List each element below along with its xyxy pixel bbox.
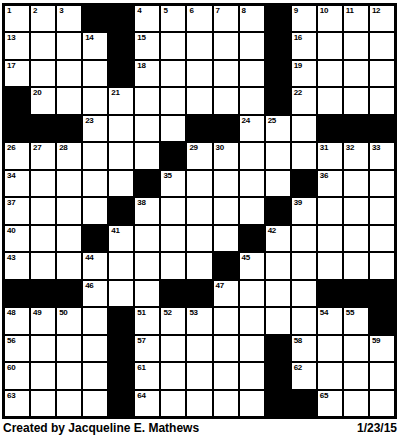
cell-r1c4 <box>83 6 107 31</box>
cell-r8c2[interactable] <box>31 198 55 223</box>
clue-number: 35 <box>163 171 171 181</box>
cell-r9c11[interactable]: 42 <box>266 226 290 251</box>
cell-r12c5 <box>109 308 133 333</box>
clue-number: 48 <box>7 308 15 318</box>
cell-r5c10[interactable]: 24 <box>240 116 264 141</box>
cell-r10c3[interactable] <box>57 253 81 278</box>
clue-number: 23 <box>85 116 93 126</box>
cell-r11c2 <box>31 281 55 306</box>
cell-r11c13 <box>318 281 342 306</box>
cell-r4c5[interactable]: 21 <box>109 88 133 113</box>
cell-r5c9 <box>214 116 238 141</box>
cell-r14c4[interactable] <box>83 363 107 388</box>
clue-number: 3 <box>59 6 63 16</box>
cell-r13c12[interactable]: 58 <box>292 336 316 361</box>
cell-r4c7[interactable] <box>161 88 185 113</box>
clue-number: 10 <box>320 6 328 16</box>
cell-r1c2[interactable]: 2 <box>31 6 55 31</box>
clue-number: 46 <box>85 281 93 291</box>
cell-r13c8[interactable] <box>187 336 211 361</box>
cell-r1c11 <box>266 6 290 31</box>
cell-r15c6[interactable]: 64 <box>135 391 159 416</box>
clue-number: 14 <box>85 33 93 43</box>
cell-r6c15[interactable]: 33 <box>370 143 394 168</box>
cell-r15c15[interactable] <box>370 391 394 416</box>
cell-r15c1[interactable]: 63 <box>5 391 29 416</box>
cell-r5c3 <box>57 116 81 141</box>
cell-r14c8[interactable] <box>187 363 211 388</box>
cell-r1c14[interactable]: 11 <box>344 6 368 31</box>
cell-r10c2[interactable] <box>31 253 55 278</box>
cell-r2c13[interactable] <box>318 33 342 58</box>
cell-r2c15[interactable] <box>370 33 394 58</box>
cell-r2c7[interactable] <box>161 33 185 58</box>
cell-r13c1[interactable]: 56 <box>5 336 29 361</box>
cell-r1c8[interactable]: 6 <box>187 6 211 31</box>
clue-number: 64 <box>137 391 145 401</box>
cell-r14c11 <box>266 363 290 388</box>
cell-r2c6[interactable]: 15 <box>135 33 159 58</box>
clue-number: 54 <box>320 308 328 318</box>
cell-r10c10[interactable]: 45 <box>240 253 264 278</box>
cell-r8c4[interactable] <box>83 198 107 223</box>
cell-r14c15[interactable] <box>370 363 394 388</box>
cell-r11c12[interactable] <box>292 281 316 306</box>
cell-r2c12[interactable]: 16 <box>292 33 316 58</box>
cell-r11c1 <box>5 281 29 306</box>
cell-r14c12[interactable]: 62 <box>292 363 316 388</box>
cell-r9c7[interactable] <box>161 226 185 251</box>
cell-r8c12[interactable]: 39 <box>292 198 316 223</box>
cell-r12c3[interactable]: 50 <box>57 308 81 333</box>
cell-r4c9[interactable] <box>214 88 238 113</box>
cell-r6c12[interactable] <box>292 143 316 168</box>
clue-number: 13 <box>7 33 15 43</box>
clue-number: 58 <box>294 336 302 346</box>
clue-number: 17 <box>7 61 15 71</box>
cell-r5c4[interactable]: 23 <box>83 116 107 141</box>
clue-number: 63 <box>7 391 15 401</box>
cell-r6c6[interactable] <box>135 143 159 168</box>
cell-r4c14[interactable] <box>344 88 368 113</box>
cell-r9c3[interactable] <box>57 226 81 251</box>
clue-number: 47 <box>216 281 224 291</box>
cell-r1c12[interactable]: 9 <box>292 6 316 31</box>
cell-r6c13[interactable]: 31 <box>318 143 342 168</box>
cell-r3c11 <box>266 61 290 86</box>
cell-r15c9[interactable] <box>214 391 238 416</box>
clue-number: 57 <box>137 336 145 346</box>
clue-number: 34 <box>7 171 15 181</box>
puzzle-date: 1/23/15 <box>357 421 397 435</box>
cell-r12c9[interactable] <box>214 308 238 333</box>
cell-r10c14[interactable] <box>344 253 368 278</box>
cell-r13c9[interactable] <box>214 336 238 361</box>
cell-r6c1[interactable]: 26 <box>5 143 29 168</box>
clue-number: 12 <box>372 6 380 16</box>
cell-r15c14[interactable] <box>344 391 368 416</box>
cell-r2c1[interactable]: 13 <box>5 33 29 58</box>
cell-r13c15[interactable]: 59 <box>370 336 394 361</box>
cell-r15c4[interactable] <box>83 391 107 416</box>
cell-r14c7[interactable] <box>161 363 185 388</box>
cell-r13c3[interactable] <box>57 336 81 361</box>
cell-r4c11 <box>266 88 290 113</box>
cell-r13c6[interactable]: 57 <box>135 336 159 361</box>
cell-r7c9[interactable] <box>214 171 238 196</box>
cell-r12c12[interactable] <box>292 308 316 333</box>
clue-number: 49 <box>33 308 41 318</box>
cell-r7c3[interactable] <box>57 171 81 196</box>
clue-number: 27 <box>33 143 41 153</box>
cell-r8c11 <box>266 198 290 223</box>
clue-number: 36 <box>320 171 328 181</box>
cell-r2c3[interactable] <box>57 33 81 58</box>
cell-r1c10[interactable]: 8 <box>240 6 264 31</box>
cell-r12c11[interactable] <box>266 308 290 333</box>
cell-r6c7 <box>161 143 185 168</box>
clue-number: 2 <box>33 6 37 16</box>
cell-r14c3[interactable] <box>57 363 81 388</box>
cell-r12c1[interactable]: 48 <box>5 308 29 333</box>
cell-r9c12[interactable] <box>292 226 316 251</box>
cell-r4c4[interactable] <box>83 88 107 113</box>
cell-r11c3 <box>57 281 81 306</box>
cell-r7c1[interactable]: 34 <box>5 171 29 196</box>
cell-r6c14[interactable]: 32 <box>344 143 368 168</box>
cell-r9c8[interactable] <box>187 226 211 251</box>
clue-number: 32 <box>346 143 354 153</box>
cell-r12c13[interactable]: 54 <box>318 308 342 333</box>
cell-r15c2[interactable] <box>31 391 55 416</box>
cell-r5c8 <box>187 116 211 141</box>
cell-r11c7 <box>161 281 185 306</box>
cell-r13c4[interactable] <box>83 336 107 361</box>
clue-number: 38 <box>137 198 145 208</box>
cell-r5c14 <box>344 116 368 141</box>
cell-r10c1[interactable]: 43 <box>5 253 29 278</box>
cell-r1c6[interactable]: 4 <box>135 6 159 31</box>
cell-r10c8[interactable] <box>187 253 211 278</box>
clue-number: 53 <box>189 308 197 318</box>
cell-r10c9 <box>214 253 238 278</box>
cell-r7c6 <box>135 171 159 196</box>
cell-r12c15 <box>370 308 394 333</box>
cell-r8c1[interactable]: 37 <box>5 198 29 223</box>
clue-number: 9 <box>294 6 298 16</box>
cell-r3c12[interactable]: 19 <box>292 61 316 86</box>
cell-r2c4[interactable]: 14 <box>83 33 107 58</box>
cell-r8c14[interactable] <box>344 198 368 223</box>
clue-number: 21 <box>111 88 119 98</box>
cell-r15c7[interactable] <box>161 391 185 416</box>
cell-r7c8[interactable] <box>187 171 211 196</box>
cell-r13c10[interactable] <box>240 336 264 361</box>
clue-number: 6 <box>189 6 193 16</box>
cell-r1c3[interactable]: 3 <box>57 6 81 31</box>
cell-r3c13[interactable] <box>318 61 342 86</box>
cell-r12c2[interactable]: 49 <box>31 308 55 333</box>
cell-r4c12[interactable]: 22 <box>292 88 316 113</box>
cell-r13c2[interactable] <box>31 336 55 361</box>
cell-r1c1[interactable]: 1 <box>5 6 29 31</box>
clue-number: 60 <box>7 363 15 373</box>
clue-number: 30 <box>216 143 224 153</box>
cell-r8c10[interactable] <box>240 198 264 223</box>
cell-r4c10[interactable] <box>240 88 264 113</box>
cell-r14c5 <box>109 363 133 388</box>
credit-bar: Created by Jacqueline E. Mathews 1/23/15 <box>3 420 397 435</box>
cell-r2c9[interactable] <box>214 33 238 58</box>
clue-number: 41 <box>111 226 119 236</box>
cell-r7c13[interactable]: 36 <box>318 171 342 196</box>
cell-r9c15[interactable] <box>370 226 394 251</box>
cell-r1c15[interactable]: 12 <box>370 6 394 31</box>
cell-r3c14[interactable] <box>344 61 368 86</box>
clue-number: 39 <box>294 198 302 208</box>
cell-r5c7[interactable] <box>161 116 185 141</box>
clue-number: 55 <box>346 308 354 318</box>
clue-number: 11 <box>346 6 354 16</box>
cell-r15c10[interactable] <box>240 391 264 416</box>
cell-r3c8[interactable] <box>187 61 211 86</box>
cell-r3c1[interactable]: 17 <box>5 61 29 86</box>
cell-r13c11 <box>266 336 290 361</box>
cell-r11c5[interactable] <box>109 281 133 306</box>
cell-r7c2[interactable] <box>31 171 55 196</box>
clue-number: 4 <box>137 6 141 16</box>
cell-r11c10[interactable] <box>240 281 264 306</box>
cell-r4c1 <box>5 88 29 113</box>
cell-r14c14[interactable] <box>344 363 368 388</box>
cell-r6c5[interactable] <box>109 143 133 168</box>
cell-r15c5 <box>109 391 133 416</box>
cell-r1c13[interactable]: 10 <box>318 6 342 31</box>
cell-r10c13[interactable] <box>318 253 342 278</box>
cell-r3c10[interactable] <box>240 61 264 86</box>
cell-r14c13[interactable] <box>318 363 342 388</box>
cell-r15c13[interactable]: 65 <box>318 391 342 416</box>
clue-number: 25 <box>268 116 276 126</box>
credit-text: Created by Jacqueline E. Mathews <box>3 421 199 435</box>
clue-number: 20 <box>33 88 41 98</box>
cell-r11c6[interactable] <box>135 281 159 306</box>
cell-r3c6[interactable]: 18 <box>135 61 159 86</box>
clue-number: 52 <box>163 308 171 318</box>
cell-r7c12 <box>292 171 316 196</box>
clue-number: 42 <box>268 226 276 236</box>
cell-r6c8[interactable]: 29 <box>187 143 211 168</box>
clue-number: 50 <box>59 308 67 318</box>
cell-r4c15[interactable] <box>370 88 394 113</box>
cell-r7c14[interactable] <box>344 171 368 196</box>
cell-r15c12 <box>292 391 316 416</box>
cell-r11c11[interactable] <box>266 281 290 306</box>
cell-r10c7[interactable] <box>161 253 185 278</box>
cell-r12c4[interactable] <box>83 308 107 333</box>
cell-r12c8[interactable]: 53 <box>187 308 211 333</box>
clue-number: 19 <box>294 61 302 71</box>
cell-r11c15 <box>370 281 394 306</box>
cell-r7c15[interactable] <box>370 171 394 196</box>
cell-r8c15[interactable] <box>370 198 394 223</box>
clue-number: 43 <box>7 253 15 263</box>
clue-number: 16 <box>294 33 302 43</box>
clue-number: 37 <box>7 198 15 208</box>
cell-r12c14[interactable]: 55 <box>344 308 368 333</box>
cell-r11c14 <box>344 281 368 306</box>
cell-r4c8[interactable] <box>187 88 211 113</box>
cell-r6c11[interactable] <box>266 143 290 168</box>
clue-number: 22 <box>294 88 302 98</box>
cell-r6c2[interactable]: 27 <box>31 143 55 168</box>
cell-r5c15 <box>370 116 394 141</box>
cell-r4c2[interactable]: 20 <box>31 88 55 113</box>
cell-r7c10[interactable] <box>240 171 264 196</box>
cell-r14c2[interactable] <box>31 363 55 388</box>
cell-r9c9[interactable] <box>214 226 238 251</box>
cell-r6c4[interactable] <box>83 143 107 168</box>
cell-r2c11 <box>266 33 290 58</box>
cell-r2c2[interactable] <box>31 33 55 58</box>
clue-number: 59 <box>372 336 380 346</box>
clue-number: 8 <box>242 6 246 16</box>
cell-r4c3[interactable] <box>57 88 81 113</box>
cell-r9c5[interactable]: 41 <box>109 226 133 251</box>
clue-number: 18 <box>137 61 145 71</box>
clue-number: 61 <box>137 363 145 373</box>
cell-r3c7[interactable] <box>161 61 185 86</box>
cell-r8c5 <box>109 198 133 223</box>
cell-r3c3[interactable] <box>57 61 81 86</box>
clue-number: 62 <box>294 363 302 373</box>
clue-number: 56 <box>7 336 15 346</box>
cell-r9c1[interactable]: 40 <box>5 226 29 251</box>
cell-r14c10[interactable] <box>240 363 264 388</box>
cell-r10c6[interactable] <box>135 253 159 278</box>
cell-r1c7[interactable]: 5 <box>161 6 185 31</box>
cell-r10c15[interactable] <box>370 253 394 278</box>
cell-r1c5 <box>109 6 133 31</box>
cell-r9c10 <box>240 226 264 251</box>
cell-r8c8[interactable] <box>187 198 211 223</box>
clue-number: 65 <box>320 391 328 401</box>
cell-r8c13[interactable] <box>318 198 342 223</box>
cell-r8c9[interactable] <box>214 198 238 223</box>
cell-r9c4 <box>83 226 107 251</box>
cell-r1c9[interactable]: 7 <box>214 6 238 31</box>
crossword-page: 1234567891011121314151617181920212223242… <box>0 0 400 436</box>
cell-r10c4[interactable]: 44 <box>83 253 107 278</box>
cell-r7c7[interactable]: 35 <box>161 171 185 196</box>
clue-number: 5 <box>163 6 167 16</box>
cell-r3c9[interactable] <box>214 61 238 86</box>
clue-number: 24 <box>242 116 250 126</box>
cell-r14c9[interactable] <box>214 363 238 388</box>
cell-r3c4[interactable] <box>83 61 107 86</box>
cell-r7c5[interactable] <box>109 171 133 196</box>
clue-number: 45 <box>242 253 250 263</box>
cell-r6c9[interactable]: 30 <box>214 143 238 168</box>
cell-r5c5[interactable] <box>109 116 133 141</box>
cell-r9c14[interactable] <box>344 226 368 251</box>
cell-r5c2 <box>31 116 55 141</box>
clue-number: 40 <box>7 226 15 236</box>
cell-r4c6[interactable] <box>135 88 159 113</box>
cell-r5c1 <box>5 116 29 141</box>
cell-r13c13[interactable] <box>318 336 342 361</box>
cell-r5c6[interactable] <box>135 116 159 141</box>
clue-number: 1 <box>7 6 11 16</box>
cell-r6c10[interactable] <box>240 143 264 168</box>
cell-r7c11[interactable] <box>266 171 290 196</box>
cell-r2c14[interactable] <box>344 33 368 58</box>
clue-number: 28 <box>59 143 67 153</box>
clue-number: 51 <box>137 308 145 318</box>
clue-number: 7 <box>216 6 220 16</box>
cell-r14c1[interactable]: 60 <box>5 363 29 388</box>
cell-r9c6[interactable] <box>135 226 159 251</box>
cell-r13c5 <box>109 336 133 361</box>
clue-number: 29 <box>189 143 197 153</box>
cell-r11c4[interactable]: 46 <box>83 281 107 306</box>
cell-r9c13[interactable] <box>318 226 342 251</box>
cell-r3c15[interactable] <box>370 61 394 86</box>
cell-r9c2[interactable] <box>31 226 55 251</box>
cell-r15c8[interactable] <box>187 391 211 416</box>
cell-r14c6[interactable]: 61 <box>135 363 159 388</box>
cell-r2c8[interactable] <box>187 33 211 58</box>
cell-r11c9[interactable]: 47 <box>214 281 238 306</box>
cell-r5c12[interactable] <box>292 116 316 141</box>
cell-r12c10[interactable] <box>240 308 264 333</box>
cell-r10c11[interactable] <box>266 253 290 278</box>
cell-r3c2[interactable] <box>31 61 55 86</box>
cell-r5c11[interactable]: 25 <box>266 116 290 141</box>
clue-number: 26 <box>7 143 15 153</box>
cell-r10c12[interactable] <box>292 253 316 278</box>
cell-r7c4[interactable] <box>83 171 107 196</box>
cell-r12c7[interactable]: 52 <box>161 308 185 333</box>
crossword-grid: 1234567891011121314151617181920212223242… <box>2 3 397 419</box>
cell-r10c5[interactable] <box>109 253 133 278</box>
cell-r2c5 <box>109 33 133 58</box>
cell-r8c6[interactable]: 38 <box>135 198 159 223</box>
clue-number: 44 <box>85 253 93 263</box>
cell-r2c10[interactable] <box>240 33 264 58</box>
cell-r13c14[interactable] <box>344 336 368 361</box>
cell-r12c6[interactable]: 51 <box>135 308 159 333</box>
cell-r11c8 <box>187 281 211 306</box>
cell-r3c5 <box>109 61 133 86</box>
cell-r5c13 <box>318 116 342 141</box>
clue-number: 33 <box>372 143 380 153</box>
clue-number: 31 <box>320 143 328 153</box>
cell-r4c13[interactable] <box>318 88 342 113</box>
cell-r8c3[interactable] <box>57 198 81 223</box>
cell-r6c3[interactable]: 28 <box>57 143 81 168</box>
cell-r13c7[interactable] <box>161 336 185 361</box>
cell-r15c3[interactable] <box>57 391 81 416</box>
cell-r15c11 <box>266 391 290 416</box>
clue-number: 15 <box>137 33 145 43</box>
cell-r8c7[interactable] <box>161 198 185 223</box>
